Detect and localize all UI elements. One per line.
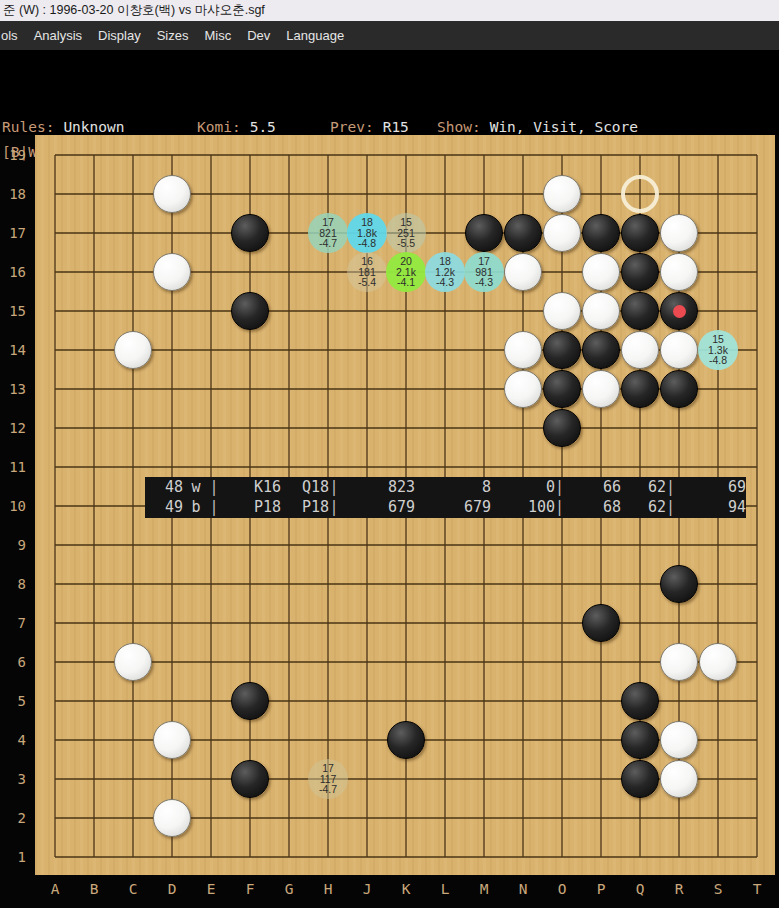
black-stone-F3[interactable] bbox=[231, 760, 269, 798]
analysis-move-H3[interactable]: 17117-4.7 bbox=[308, 759, 348, 799]
white-stone-R14[interactable] bbox=[660, 331, 698, 369]
white-stone-P13[interactable] bbox=[582, 370, 620, 408]
black-stone-Q4[interactable] bbox=[621, 721, 659, 759]
black-stone-F5[interactable] bbox=[231, 682, 269, 720]
white-stone-R17[interactable] bbox=[660, 214, 698, 252]
analysis-text: -5.4 bbox=[358, 277, 376, 288]
move-table-cell: 679 bbox=[415, 498, 491, 517]
analysis-text: 17 bbox=[322, 217, 334, 228]
show-label: Show: bbox=[437, 119, 481, 135]
move-table-cell: 69 bbox=[674, 478, 746, 497]
column-label-H: H bbox=[324, 881, 333, 897]
white-stone-C6[interactable] bbox=[114, 643, 152, 681]
move-table-cell: P18 bbox=[219, 498, 281, 517]
move-table-cell: 8 bbox=[415, 478, 491, 497]
analysis-text: 20 bbox=[400, 256, 412, 267]
column-label-C: C bbox=[129, 881, 138, 897]
white-stone-P16[interactable] bbox=[582, 253, 620, 291]
white-stone-D16[interactable] bbox=[153, 253, 191, 291]
menu-item-ols[interactable]: ols bbox=[0, 28, 26, 43]
black-stone-P17[interactable] bbox=[582, 214, 620, 252]
menu-item-language[interactable]: Language bbox=[278, 28, 352, 43]
menu-item-misc[interactable]: Misc bbox=[196, 28, 239, 43]
analysis-move-H17[interactable]: 17821-4.7 bbox=[308, 213, 348, 253]
move-ring-marker bbox=[621, 175, 659, 213]
black-stone-Q13[interactable] bbox=[621, 370, 659, 408]
prev-value: R15 bbox=[383, 119, 409, 135]
show-value: Win, Visit, Score bbox=[490, 119, 638, 135]
move-table-row-0: 48w|K16Q18|82380|6662|69 bbox=[145, 478, 746, 497]
row-label-19: 19 bbox=[0, 148, 26, 162]
row-label-14: 14 bbox=[0, 343, 26, 357]
white-stone-N13[interactable] bbox=[504, 370, 542, 408]
column-label-P: P bbox=[597, 881, 606, 897]
white-stone-D2[interactable] bbox=[153, 799, 191, 837]
analysis-text: -4.7 bbox=[319, 238, 337, 249]
column-label-E: E bbox=[207, 881, 216, 897]
table-separator: | bbox=[329, 478, 339, 497]
analysis-text: -4.3 bbox=[436, 277, 454, 288]
move-table-cell: 48 bbox=[145, 478, 183, 497]
column-label-L: L bbox=[441, 881, 450, 897]
move-table-cell: b bbox=[183, 498, 209, 517]
table-separator: | bbox=[555, 478, 563, 497]
column-label-R: R bbox=[675, 881, 684, 897]
analysis-text: 15 bbox=[400, 217, 412, 228]
row-label-18: 18 bbox=[0, 187, 26, 201]
row-label-6: 6 bbox=[0, 655, 26, 669]
black-stone-P7[interactable] bbox=[582, 604, 620, 642]
analysis-text: -4.1 bbox=[397, 277, 415, 288]
analysis-move-M16[interactable]: 17981-4.3 bbox=[464, 252, 504, 292]
white-stone-O18[interactable] bbox=[543, 175, 581, 213]
analysis-move-S14[interactable]: 151.3k-4.8 bbox=[698, 330, 738, 370]
column-label-M: M bbox=[480, 881, 489, 897]
info-panel: Rules:Unknown [B|W] stn:23 : 23 Komi:5.5… bbox=[0, 50, 779, 135]
move-table-cell: 823 bbox=[339, 478, 415, 497]
move-table-cell: w bbox=[183, 478, 209, 497]
white-stone-R3[interactable] bbox=[660, 760, 698, 798]
rules-label: Rules: bbox=[2, 119, 54, 135]
rules-value: Unknown bbox=[63, 119, 124, 135]
black-stone-P14[interactable] bbox=[582, 331, 620, 369]
analysis-text: -5.5 bbox=[397, 238, 415, 249]
last-move-red-dot bbox=[673, 305, 686, 318]
column-label-Q: Q bbox=[636, 881, 645, 897]
black-stone-Q5[interactable] bbox=[621, 682, 659, 720]
komi-value: 5.5 bbox=[250, 119, 276, 135]
row-label-8: 8 bbox=[0, 577, 26, 591]
analysis-text: -4.8 bbox=[709, 355, 727, 366]
move-table-cell: 62 bbox=[621, 498, 666, 517]
white-stone-D18[interactable] bbox=[153, 175, 191, 213]
row-label-12: 12 bbox=[0, 421, 26, 435]
column-label-F: F bbox=[246, 881, 255, 897]
menu-item-dev[interactable]: Dev bbox=[239, 28, 278, 43]
row-label-9: 9 bbox=[0, 538, 26, 552]
analysis-move-L16[interactable]: 181.2k-4.3 bbox=[425, 252, 465, 292]
column-label-B: B bbox=[90, 881, 99, 897]
analysis-text: 17 bbox=[478, 256, 490, 267]
move-analysis-table: 48w|K16Q18|82380|6662|6949b|P18P18|67967… bbox=[145, 477, 746, 518]
black-stone-R8[interactable] bbox=[660, 565, 698, 603]
table-separator: | bbox=[209, 478, 219, 497]
black-stone-K4[interactable] bbox=[387, 721, 425, 759]
white-stone-R4[interactable] bbox=[660, 721, 698, 759]
white-stone-N16[interactable] bbox=[504, 253, 542, 291]
move-table-cell: K16 bbox=[219, 478, 281, 497]
column-label-T: T bbox=[753, 881, 762, 897]
move-table-cell: 100 bbox=[491, 498, 555, 517]
white-stone-R6[interactable] bbox=[660, 643, 698, 681]
black-stone-O13[interactable] bbox=[543, 370, 581, 408]
column-label-G: G bbox=[285, 881, 294, 897]
move-table-cell: 679 bbox=[339, 498, 415, 517]
analysis-text: 17 bbox=[322, 763, 334, 774]
black-stone-Q15[interactable] bbox=[621, 292, 659, 330]
column-label-D: D bbox=[168, 881, 177, 897]
black-stone-F15[interactable] bbox=[231, 292, 269, 330]
komi-label: Komi: bbox=[197, 119, 241, 135]
black-stone-Q17[interactable] bbox=[621, 214, 659, 252]
white-stone-N14[interactable] bbox=[504, 331, 542, 369]
analysis-move-J16[interactable]: 16181-5.4 bbox=[347, 252, 387, 292]
prev-label: Prev: bbox=[330, 119, 374, 135]
table-separator: | bbox=[555, 498, 563, 517]
move-table-cell: 68 bbox=[563, 498, 621, 517]
column-label-J: J bbox=[363, 881, 372, 897]
black-stone-F17[interactable] bbox=[231, 214, 269, 252]
column-label-N: N bbox=[519, 881, 528, 897]
analysis-text: 15 bbox=[712, 334, 724, 345]
table-separator: | bbox=[329, 498, 339, 517]
black-stone-O12[interactable] bbox=[543, 409, 581, 447]
white-stone-O17[interactable] bbox=[543, 214, 581, 252]
menu-bar: olsAnalysisDisplaySizesMiscDevLanguage bbox=[0, 21, 779, 50]
analysis-text: -4.7 bbox=[319, 784, 337, 795]
table-separator: | bbox=[666, 498, 674, 517]
row-label-11: 11 bbox=[0, 460, 26, 474]
app-window: 준 (W) : 1996-03-20 이창호(백) vs 마샤오춘.sgf ol… bbox=[0, 0, 779, 908]
column-label-S: S bbox=[714, 881, 723, 897]
white-stone-R16[interactable] bbox=[660, 253, 698, 291]
move-table-cell: 66 bbox=[563, 478, 621, 497]
black-stone-Q3[interactable] bbox=[621, 760, 659, 798]
table-separator: | bbox=[209, 498, 219, 517]
analysis-move-K16[interactable]: 202.1k-4.1 bbox=[386, 252, 426, 292]
analysis-text: 18 bbox=[361, 217, 373, 228]
white-stone-D4[interactable] bbox=[153, 721, 191, 759]
column-label-A: A bbox=[51, 881, 60, 897]
row-label-15: 15 bbox=[0, 304, 26, 318]
row-label-10: 10 bbox=[0, 499, 26, 513]
analysis-text: 18 bbox=[439, 256, 451, 267]
table-separator: | bbox=[666, 478, 674, 497]
move-table-cell: Q18 bbox=[281, 478, 329, 497]
row-label-5: 5 bbox=[0, 694, 26, 708]
row-label-13: 13 bbox=[0, 382, 26, 396]
analysis-text: 16 bbox=[361, 256, 373, 267]
row-label-16: 16 bbox=[0, 265, 26, 279]
row-label-17: 17 bbox=[0, 226, 26, 240]
black-stone-Q16[interactable] bbox=[621, 253, 659, 291]
white-stone-P15[interactable] bbox=[582, 292, 620, 330]
analysis-text: -4.3 bbox=[475, 277, 493, 288]
move-table-cell: 94 bbox=[674, 498, 746, 517]
black-stone-O14[interactable] bbox=[543, 331, 581, 369]
column-label-O: O bbox=[558, 881, 567, 897]
white-stone-Q14[interactable] bbox=[621, 331, 659, 369]
row-label-2: 2 bbox=[0, 811, 26, 825]
row-label-4: 4 bbox=[0, 733, 26, 747]
move-table-row-1: 49b|P18P18|679679100|6862|94 bbox=[145, 498, 746, 517]
menu-item-analysis[interactable]: Analysis bbox=[26, 28, 90, 43]
window-title: 준 (W) : 1996-03-20 이창호(백) vs 마샤오춘.sgf bbox=[0, 0, 779, 21]
black-stone-M17[interactable] bbox=[465, 214, 503, 252]
white-stone-S6[interactable] bbox=[699, 643, 737, 681]
black-stone-N17[interactable] bbox=[504, 214, 542, 252]
row-label-1: 1 bbox=[0, 850, 26, 864]
analysis-move-J17[interactable]: 181.8k-4.8 bbox=[347, 213, 387, 253]
row-label-7: 7 bbox=[0, 616, 26, 630]
menu-item-display[interactable]: Display bbox=[90, 28, 149, 43]
move-table-cell: 62 bbox=[621, 478, 666, 497]
black-stone-R13[interactable] bbox=[660, 370, 698, 408]
white-stone-O15[interactable] bbox=[543, 292, 581, 330]
white-stone-C14[interactable] bbox=[114, 331, 152, 369]
column-label-K: K bbox=[402, 881, 411, 897]
move-table-cell: P18 bbox=[281, 498, 329, 517]
menu-item-sizes[interactable]: Sizes bbox=[149, 28, 197, 43]
analysis-move-K17[interactable]: 15251-5.5 bbox=[386, 213, 426, 253]
move-table-cell: 0 bbox=[491, 478, 555, 497]
analysis-text: -4.8 bbox=[358, 238, 376, 249]
row-label-3: 3 bbox=[0, 772, 26, 786]
move-table-cell: 49 bbox=[145, 498, 183, 517]
